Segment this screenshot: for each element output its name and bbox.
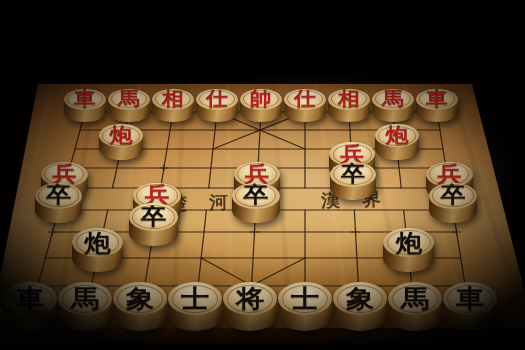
pieces-layer: 車馬相仕帥仕相馬車炮炮兵兵兵兵兵卒卒卒卒卒炮炮車馬象士将士象馬車 xyxy=(0,0,525,350)
piece-character: 炮 xyxy=(386,126,409,146)
piece-character: 将 xyxy=(236,286,264,311)
piece-face: 仕 xyxy=(196,89,238,110)
piece-character: 卒 xyxy=(141,206,167,229)
piece-character: 卒 xyxy=(440,185,465,207)
piece-red-chariot[interactable]: 車 xyxy=(416,89,458,123)
piece-character: 炮 xyxy=(396,231,422,254)
piece-red-cannon[interactable]: 炮 xyxy=(375,124,419,160)
piece-red-horse[interactable]: 馬 xyxy=(372,89,414,123)
piece-face: 車 xyxy=(64,89,106,110)
piece-red-horse[interactable]: 馬 xyxy=(108,89,150,123)
piece-black-soldier[interactable]: 卒 xyxy=(232,183,280,224)
piece-face: 馬 xyxy=(108,89,150,110)
piece-character: 卒 xyxy=(243,185,268,207)
piece-black-cannon[interactable]: 炮 xyxy=(72,228,123,272)
piece-character: 士 xyxy=(181,286,209,311)
photo-scene: 楚河 漢界 車馬相仕帥仕相馬車炮炮兵兵兵兵兵卒卒卒卒卒炮炮車馬象士将士象馬車 xyxy=(0,0,525,350)
piece-face: 象 xyxy=(333,282,387,315)
piece-face: 馬 xyxy=(388,282,442,315)
piece-character: 士 xyxy=(291,286,319,311)
piece-black-advisor[interactable]: 士 xyxy=(168,282,222,331)
piece-character: 炮 xyxy=(84,231,110,254)
piece-black-elephant[interactable]: 象 xyxy=(113,282,167,331)
piece-face: 車 xyxy=(443,282,497,315)
piece-red-general[interactable]: 帥 xyxy=(240,89,282,123)
piece-face: 馬 xyxy=(58,282,112,315)
piece-character: 車 xyxy=(16,286,44,311)
piece-character: 相 xyxy=(162,90,184,109)
piece-red-elephant[interactable]: 相 xyxy=(328,89,370,123)
piece-character: 馬 xyxy=(118,90,140,109)
piece-character: 象 xyxy=(346,286,374,311)
piece-face: 炮 xyxy=(72,228,123,257)
piece-face: 将 xyxy=(223,282,277,315)
piece-face: 馬 xyxy=(372,89,414,110)
piece-face: 卒 xyxy=(129,203,178,231)
piece-face: 卒 xyxy=(429,183,477,209)
piece-face: 相 xyxy=(152,89,194,110)
piece-black-soldier[interactable]: 卒 xyxy=(429,183,477,224)
piece-face: 相 xyxy=(328,89,370,110)
piece-character: 馬 xyxy=(71,286,99,311)
piece-character: 仕 xyxy=(294,90,316,109)
piece-character: 馬 xyxy=(401,286,429,311)
piece-red-elephant[interactable]: 相 xyxy=(152,89,194,123)
piece-face: 車 xyxy=(3,282,57,315)
piece-face: 士 xyxy=(168,282,222,315)
piece-black-cannon[interactable]: 炮 xyxy=(383,228,434,272)
piece-red-advisor[interactable]: 仕 xyxy=(196,89,238,123)
piece-face: 象 xyxy=(113,282,167,315)
piece-red-advisor[interactable]: 仕 xyxy=(284,89,326,123)
piece-black-horse[interactable]: 馬 xyxy=(58,282,112,331)
piece-red-chariot[interactable]: 車 xyxy=(64,89,106,123)
piece-character: 車 xyxy=(74,90,96,109)
piece-face: 卒 xyxy=(232,183,280,209)
piece-character: 象 xyxy=(126,286,154,311)
piece-character: 炮 xyxy=(109,126,132,146)
piece-red-cannon[interactable]: 炮 xyxy=(99,124,143,160)
piece-black-chariot[interactable]: 車 xyxy=(443,282,497,331)
piece-face: 士 xyxy=(278,282,332,315)
piece-character: 帥 xyxy=(250,90,272,109)
piece-black-soldier[interactable]: 卒 xyxy=(35,183,83,224)
piece-character: 車 xyxy=(426,90,448,109)
piece-black-elephant[interactable]: 象 xyxy=(333,282,387,331)
piece-black-general[interactable]: 将 xyxy=(223,282,277,331)
piece-face: 卒 xyxy=(330,162,377,187)
piece-character: 車 xyxy=(456,286,484,311)
piece-character: 卒 xyxy=(46,185,71,207)
piece-face: 仕 xyxy=(284,89,326,110)
piece-face: 車 xyxy=(416,89,458,110)
piece-black-chariot[interactable]: 車 xyxy=(3,282,57,331)
piece-character: 相 xyxy=(338,90,360,109)
piece-black-advisor[interactable]: 士 xyxy=(278,282,332,331)
piece-character: 馬 xyxy=(382,90,404,109)
piece-black-soldier[interactable]: 卒 xyxy=(129,203,178,245)
piece-face: 卒 xyxy=(35,183,83,209)
piece-black-horse[interactable]: 馬 xyxy=(388,282,442,331)
piece-character: 卒 xyxy=(341,163,365,184)
piece-face: 帥 xyxy=(240,89,282,110)
piece-character: 仕 xyxy=(206,90,228,109)
piece-black-soldier[interactable]: 卒 xyxy=(330,162,377,201)
